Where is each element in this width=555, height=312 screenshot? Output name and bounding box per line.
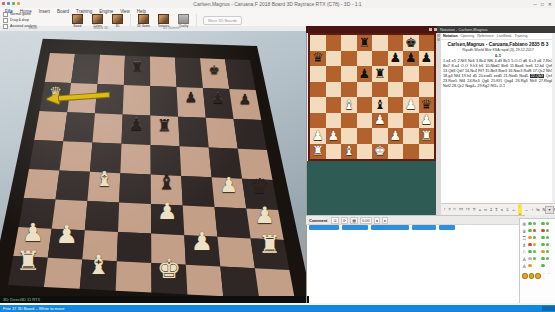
- square-h6[interactable]: [419, 66, 435, 82]
- ribbon-group-labels: Mode Board 3D 3D Games: [0, 26, 306, 31]
- ribbon-group-3dgames: 3D GameTexturesQuality: [131, 14, 197, 26]
- window-controls[interactable]: ─□✕: [533, 1, 552, 7]
- renderer-status-strip: 3D: Direct3D 11 RTX: [0, 296, 309, 303]
- square3d-g3: [215, 207, 251, 238]
- board-thumbnail-icon: [112, 14, 123, 24]
- square-h4[interactable]: ♛: [419, 97, 435, 113]
- square3d-e7: [150, 86, 178, 117]
- notation-tab-opening[interactable]: Opening: [461, 34, 475, 38]
- square3d-b1: [44, 258, 82, 289]
- square3d-a4: [24, 169, 60, 200]
- square3d-d3: [118, 203, 151, 234]
- square-a4[interactable]: [310, 97, 326, 113]
- quick-access-toolbar[interactable]: [2, 2, 20, 5]
- piece-icon: ♕: [522, 228, 527, 234]
- piece3d-c4[interactable]: ♝: [95, 169, 113, 190]
- piece3d-h2[interactable]: ♜: [259, 233, 281, 258]
- square3d-a8: [45, 53, 75, 83]
- black-piece-h7[interactable]: ♟: [420, 51, 432, 64]
- status-dot: [546, 264, 550, 268]
- suggestion-chip-1[interactable]: [342, 225, 368, 230]
- feedback-row: ♙: [522, 255, 555, 262]
- status-dot: [546, 229, 550, 233]
- comment-toolbar-button[interactable]: ●: [374, 217, 380, 224]
- piece3d-f2[interactable]: ♟: [191, 229, 213, 254]
- status-dot: [546, 236, 550, 240]
- square-b8[interactable]: [326, 35, 342, 51]
- more-boards-button[interactable]: More 3D Boards: [203, 16, 242, 25]
- arrow-body: [59, 93, 109, 100]
- white-piece-e3[interactable]: ♟: [374, 113, 386, 126]
- square-g2[interactable]: [403, 128, 419, 144]
- piece3d-g8[interactable]: ♚: [209, 63, 220, 75]
- square-c3[interactable]: [341, 113, 357, 129]
- status-dot: [533, 243, 537, 247]
- square-c1[interactable]: ♝: [341, 144, 357, 160]
- square-c4[interactable]: ♝: [341, 97, 357, 113]
- square3d-d5: [120, 144, 150, 175]
- piece3d-e4[interactable]: ♝: [157, 172, 175, 193]
- square3d-f1: [186, 265, 223, 296]
- suggestion-chips: [309, 225, 455, 230]
- feedback-row: ♘: [522, 248, 555, 255]
- piece3d-g7[interactable]: ♟: [212, 91, 225, 105]
- annotation-symbol-button[interactable]: ⇆: [535, 206, 540, 214]
- status-dot: [528, 257, 532, 261]
- title-bar: Carlsen,Magnus - Caruana,F 2018 Board 3D…: [0, 0, 555, 8]
- board-thumbnail-icon: [138, 14, 149, 24]
- square3d-g1: [220, 267, 259, 297]
- square-f1[interactable]: [388, 144, 404, 160]
- status-dot: [541, 250, 545, 254]
- square3d-c6: [92, 113, 122, 144]
- maximize-icon[interactable]: □: [541, 1, 544, 7]
- square-f7[interactable]: ♟: [388, 51, 404, 67]
- black-piece-f7[interactable]: ♟: [389, 51, 401, 64]
- square-h3[interactable]: ♟: [419, 113, 435, 129]
- piece3d-e1[interactable]: ♚: [157, 256, 181, 283]
- square-e8[interactable]: [372, 35, 388, 51]
- feedback-row: ♔: [522, 220, 555, 227]
- square3d-d4: [119, 173, 151, 204]
- checkbox-normal-game[interactable]: Normal game: [3, 12, 65, 17]
- ribbon: FileHomeInsertBoardTrainingEngineViewHel…: [0, 8, 555, 26]
- feedback-row: ♗: [522, 241, 555, 248]
- comment-label: Comment: [309, 218, 327, 223]
- square-e2[interactable]: [372, 128, 388, 144]
- square-h1[interactable]: [419, 144, 435, 160]
- status-text: Fritz 17 3D Board – White to move: [3, 306, 64, 311]
- status-dot: [533, 250, 537, 254]
- ribbon-group-board3d: BoardColors3D: [65, 14, 131, 26]
- square-a6[interactable]: [310, 66, 326, 82]
- annotation-symbol-button[interactable]: ±: [500, 206, 504, 214]
- comment-buttons: ≣⟳▦0.00●▸: [331, 217, 388, 224]
- square-f2[interactable]: ♟: [388, 128, 404, 144]
- square-e7[interactable]: [372, 51, 388, 67]
- status-dot: [533, 257, 537, 261]
- white-piece-c4[interactable]: ♝: [343, 98, 355, 111]
- square-c7[interactable]: [341, 51, 357, 67]
- square-h5[interactable]: [419, 82, 435, 98]
- status-dot: [541, 257, 545, 261]
- comment-toolbar: Comment ≣⟳▦0.00●▸: [306, 215, 525, 225]
- annotation-symbol-button[interactable]: !!: [452, 206, 456, 214]
- black-piece-h4[interactable]: ♛: [420, 98, 432, 111]
- square-d2[interactable]: [357, 128, 373, 144]
- annotation-symbol-button[interactable]: ?: [447, 206, 451, 214]
- panel-dot-icon[interactable]: [429, 28, 432, 31]
- square3d-b6: [63, 112, 95, 142]
- square3d-e8: [150, 57, 177, 88]
- panel-divider: [306, 26, 307, 304]
- notation-tab-reference[interactable]: Reference: [477, 34, 494, 38]
- square-b1[interactable]: [326, 144, 342, 160]
- square-f8[interactable]: [388, 35, 404, 51]
- square-a1[interactable]: ♜: [310, 144, 326, 160]
- notation-tab-training[interactable]: Training: [515, 34, 528, 38]
- footer-dashes: －－－: [542, 271, 555, 281]
- comment-toolbar-button[interactable]: ▸: [382, 217, 388, 224]
- piece-icon: ♘: [522, 249, 527, 255]
- white-piece-h3[interactable]: ♟: [420, 113, 432, 126]
- piece3d-g4[interactable]: ♟: [219, 175, 237, 196]
- annotation-symbol-button[interactable]: -+: [518, 203, 522, 215]
- piece3d-b2[interactable]: ♟: [56, 223, 78, 248]
- ribbon-tab-engine[interactable]: Engine: [99, 9, 113, 14]
- square3d-b8: [71, 54, 100, 84]
- minimize-icon[interactable]: ─: [533, 1, 537, 7]
- square3d-a6: [34, 111, 67, 141]
- piece-icon: ♙: [522, 256, 527, 262]
- square-c5[interactable]: [341, 82, 357, 98]
- square3d-d2: [117, 232, 152, 263]
- square-e3[interactable]: ♟: [372, 113, 388, 129]
- smiley-icon: [522, 273, 528, 279]
- smiley-icon: [529, 273, 535, 279]
- notation-tab-livebook[interactable]: LiveBook: [497, 34, 512, 38]
- feedback-row: ♖: [522, 234, 555, 241]
- square-g3[interactable]: [403, 113, 419, 129]
- suggestion-chip-2[interactable]: [371, 225, 409, 230]
- piece-icon: ♖: [522, 235, 527, 241]
- annotation-symbol-button[interactable]: ∞: [483, 206, 488, 214]
- white-piece-g4[interactable]: ♟: [405, 98, 417, 111]
- checkbox-icon[interactable]: [3, 18, 8, 23]
- event-line: Riyadh World Blitz KSA rapid (3), 29.12.…: [441, 48, 555, 52]
- ribbon-checkbox-group: Normal gameDrag & dropAssisted analysis: [0, 14, 65, 26]
- quick-access-icon-2[interactable]: [12, 2, 15, 5]
- square3d-d7: [123, 85, 151, 116]
- square-g5[interactable]: [403, 82, 419, 98]
- square3d-f4: [181, 176, 214, 207]
- square3d-g2: [217, 237, 254, 269]
- square3d-f5: [180, 146, 212, 177]
- square-b4[interactable]: [326, 97, 342, 113]
- black-piece-d6[interactable]: ♟: [358, 67, 370, 80]
- square3d-h6: [234, 119, 267, 150]
- board-2d[interactable]: ♜♚♛♟♟♟♟♜♝♝♟♛♟♟♟♟♟♜♜♝♚: [310, 35, 434, 159]
- notation-panel[interactable]: NotationOpeningReferenceLiveBookTraining…: [441, 33, 555, 203]
- square-e5[interactable]: [372, 82, 388, 98]
- piece3d-d8[interactable]: ♜: [132, 60, 143, 72]
- piece3d-e3[interactable]: ♟: [157, 200, 177, 223]
- black-piece-d8[interactable]: ♜: [358, 36, 370, 49]
- annotation-symbol-button[interactable]: =: [478, 206, 482, 214]
- comment-area[interactable]: [306, 223, 555, 304]
- square3d-c8: [97, 55, 125, 85]
- square3d-f8: [175, 57, 203, 88]
- square3d-a5: [29, 140, 63, 170]
- square-h2[interactable]: ♜: [419, 128, 435, 144]
- piece3d-a2[interactable]: ♟: [22, 221, 44, 246]
- comment-toolbar-button[interactable]: ▦: [350, 217, 358, 224]
- square-f3[interactable]: [388, 113, 404, 129]
- status-dot: [546, 222, 550, 226]
- ribbon-tab-view[interactable]: View: [120, 9, 130, 14]
- white-piece-c1[interactable]: ♝: [343, 144, 355, 157]
- status-dot: [533, 264, 537, 268]
- square-e4[interactable]: ♝: [372, 97, 388, 113]
- square-d8[interactable]: ♜: [357, 35, 373, 51]
- square-a3[interactable]: [310, 113, 326, 129]
- close-icon[interactable]: ✕: [548, 1, 552, 7]
- status-right-box[interactable]: [542, 306, 555, 311]
- status-dot: [528, 250, 532, 254]
- square-c2[interactable]: [341, 128, 357, 144]
- annotation-symbol-button[interactable]: ↑: [530, 206, 534, 214]
- square-d3[interactable]: [357, 113, 373, 129]
- comment-toolbar-button[interactable]: ≣: [331, 217, 338, 224]
- board-thumbnail-icon: [72, 14, 83, 24]
- annotation-symbol-button[interactable]: !: [443, 206, 446, 214]
- piece3d-a1[interactable]: ♜: [16, 248, 40, 275]
- annotation-toolbar: !?!!??!??!=∞⩲⩱±∓+--+→↑⇆N□RR×: [441, 203, 555, 215]
- status-dot: [541, 243, 545, 247]
- checkbox-drag-drop[interactable]: Drag & drop: [3, 18, 65, 23]
- square-c6[interactable]: [341, 66, 357, 82]
- square-g6[interactable]: [403, 66, 419, 82]
- board-2d-frame: ♜♚♛♟♟♟♟♜♝♝♟♛♟♟♟♟♟♜♜♝♚: [308, 33, 436, 161]
- status-dot: [546, 257, 550, 261]
- square3d-h1: [255, 268, 295, 296]
- feedback-footer: －－－: [522, 271, 555, 281]
- suggestion-chip-4[interactable]: [439, 225, 455, 230]
- square-f5[interactable]: [388, 82, 404, 98]
- current-move[interactable]: 22.Qb3: [530, 74, 544, 78]
- piece-icon: ♔: [522, 221, 527, 227]
- status-dot: [533, 229, 537, 233]
- quick-access-icon-3[interactable]: [17, 2, 20, 5]
- square-h7[interactable]: ♟: [419, 51, 435, 67]
- notation-panel-titlebar: Notation - Carlsen,Magnus: [437, 26, 555, 33]
- square3d-b4: [56, 170, 90, 201]
- annotation-symbol-button[interactable]: ⩱: [494, 206, 498, 214]
- smiley-icon: [535, 273, 541, 279]
- annotation-symbol-button[interactable]: →: [523, 206, 529, 214]
- annotation-symbol-button[interactable]: ∓: [505, 206, 510, 214]
- move-list[interactable]: 1.e4 e5 2.Nf3 Nc6 3.Bc4 Nf6 4.d3 Bc5 5.O…: [441, 59, 555, 89]
- annotation-symbol-button[interactable]: ?!: [471, 206, 476, 214]
- piece-icon: ♙: [522, 263, 527, 269]
- black-piece-e4[interactable]: ♝: [374, 98, 386, 111]
- clock-panel: [306, 161, 436, 215]
- group-label-3dgames: 3D Games: [136, 26, 206, 31]
- ribbon-tab-help[interactable]: Help: [137, 9, 146, 14]
- status-dot: [528, 236, 532, 240]
- training-feedback-panel: ♔♕♖♗♘♙♙－－－: [519, 218, 555, 305]
- status-dot: [541, 236, 545, 240]
- square-b3[interactable]: [326, 113, 342, 129]
- square-d1[interactable]: [357, 144, 373, 160]
- square-e1[interactable]: ♚: [372, 144, 388, 160]
- square-e6[interactable]: ♜: [372, 66, 388, 82]
- piece3d-f7[interactable]: ♟: [184, 90, 197, 104]
- board-thumbnail-icon: [92, 14, 103, 24]
- status-bar: Fritz 17 3D Board – White to move: [0, 305, 555, 312]
- white-piece-a2[interactable]: ♟: [312, 129, 324, 142]
- quick-access-icon-1[interactable]: [7, 2, 10, 5]
- checkbox-icon[interactable]: [3, 12, 8, 17]
- square-h8[interactable]: [419, 35, 435, 51]
- suggestion-chip-0[interactable]: [309, 225, 339, 230]
- comment-toolbar-button[interactable]: 0.00: [360, 217, 372, 224]
- piece3d-h4[interactable]: ♛: [251, 177, 269, 198]
- square3d-f6: [178, 117, 209, 148]
- panel-settings-button[interactable]: ▾: [545, 206, 554, 214]
- square-b5[interactable]: [326, 82, 342, 98]
- piece3d-c1[interactable]: ♝: [87, 252, 111, 279]
- status-dot: [528, 222, 532, 226]
- status-dot: [528, 264, 532, 268]
- checkbox-label: Normal game: [10, 12, 31, 16]
- quick-access-icon-0[interactable]: [2, 2, 5, 5]
- piece3d-h3[interactable]: ♟: [255, 205, 275, 228]
- square-b6[interactable]: [326, 66, 342, 82]
- board-thumbnail-icon: [178, 14, 189, 24]
- group-label-board3d: Board 3D: [66, 26, 136, 31]
- white-piece-h2[interactable]: ♜: [420, 129, 432, 142]
- square-a2[interactable]: ♟: [310, 128, 326, 144]
- white-piece-f2[interactable]: ♟: [389, 129, 401, 142]
- piece3d-d6[interactable]: ♟: [129, 116, 144, 132]
- status-dot: [546, 250, 550, 254]
- game-header: Carlsen,Magnus - Caruana,Fabiano 2835 B …: [441, 42, 555, 47]
- annotation-symbol-button[interactable]: +-: [511, 206, 517, 214]
- square3d-g6: [206, 118, 238, 149]
- white-piece-b2[interactable]: ♟: [327, 129, 339, 142]
- board-panel-titlebar: [306, 26, 440, 33]
- piece3d-h7[interactable]: ♟: [239, 92, 252, 106]
- checkbox-label: Drag & drop: [10, 18, 29, 22]
- square-b2[interactable]: ♟: [326, 128, 342, 144]
- status-dot: [533, 236, 537, 240]
- status-dot: [541, 264, 545, 268]
- window-title: Carlsen,Magnus - Caruana,F 2018 Board 3D…: [193, 1, 361, 7]
- square-d6[interactable]: ♟: [357, 66, 373, 82]
- square-a8[interactable]: [310, 35, 326, 51]
- renderer-text: 3D: Direct3D 11 RTX: [3, 297, 40, 302]
- square3d-b5: [59, 141, 92, 172]
- square-c8[interactable]: [341, 35, 357, 51]
- status-dot: [546, 243, 550, 247]
- black-piece-e6[interactable]: ♜: [374, 67, 386, 80]
- white-piece-a1[interactable]: ♜: [312, 144, 324, 157]
- square-f6[interactable]: [388, 66, 404, 82]
- game-result: 0-1: [441, 53, 555, 58]
- status-dot: [528, 243, 532, 247]
- square-d7[interactable]: [357, 51, 373, 67]
- square-g4[interactable]: ♟: [403, 97, 419, 113]
- notation-panel-title: Notation - Carlsen,Magnus: [440, 27, 488, 32]
- status-dot: [541, 222, 545, 226]
- feedback-row: ♕: [522, 227, 555, 234]
- status-dot: [541, 229, 545, 233]
- piece3d-e6[interactable]: ♜: [157, 117, 172, 133]
- black-piece-g7[interactable]: ♟: [405, 51, 417, 64]
- feedback-row: ♙: [522, 262, 555, 269]
- square-a5[interactable]: [310, 82, 326, 98]
- square-b7[interactable]: [326, 51, 342, 67]
- annotation-symbol-button[interactable]: !?: [465, 206, 470, 214]
- board-thumbnail-icon: [158, 14, 169, 24]
- status-dot: [533, 222, 537, 226]
- square-g7[interactable]: ♟: [403, 51, 419, 67]
- black-piece-g8[interactable]: ♚: [405, 36, 417, 49]
- square-g8[interactable]: ♚: [403, 35, 419, 51]
- ribbon-tab-training[interactable]: Training: [76, 9, 92, 14]
- square-d4[interactable]: [357, 97, 373, 113]
- comment-toolbar-button[interactable]: ⟳: [341, 217, 348, 224]
- notation-tabs: NotationOpeningReferenceLiveBookTraining: [441, 33, 555, 40]
- square-f4[interactable]: [388, 97, 404, 113]
- board-3d-viewport[interactable]: ♜♚♛♟♟♟♟♜♝♝♟♛♟♟♟♟♟♜♜♝♚: [0, 31, 306, 296]
- piece-icon: ♗: [522, 242, 527, 248]
- square-g1[interactable]: [403, 144, 419, 160]
- group-label-mode: Mode: [0, 26, 66, 31]
- black-piece-a7[interactable]: ♛: [312, 51, 324, 64]
- annotation-symbol-button[interactable]: ⩲: [489, 206, 493, 214]
- white-piece-e1[interactable]: ♚: [374, 144, 386, 157]
- square-d5[interactable]: [357, 82, 373, 98]
- status-dot: [528, 229, 532, 233]
- annotation-symbol-button[interactable]: ??: [458, 206, 464, 214]
- square-a7[interactable]: ♛: [310, 51, 326, 67]
- arrow-head: [46, 92, 60, 105]
- suggestion-chip-3[interactable]: [412, 225, 436, 230]
- square3d-c3: [85, 201, 119, 232]
- square3d-d1: [116, 261, 152, 292]
- notation-tab-notation[interactable]: Notation: [443, 34, 458, 38]
